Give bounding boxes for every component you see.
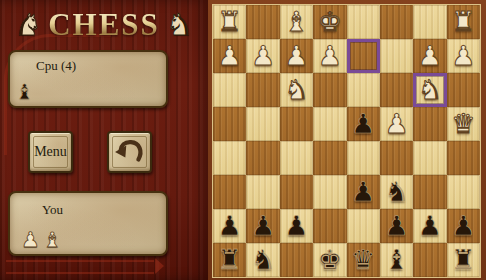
square-a2[interactable]: ♟ [447,39,480,73]
black-bishop-captured-icon: ♝ [15,82,34,103]
square-c5[interactable] [380,141,413,175]
square-g4[interactable] [246,107,279,141]
black-knight: ♞ [251,246,275,273]
square-g2[interactable]: ♟ [246,39,279,73]
square-e6[interactable] [313,175,346,209]
black-pawn: ♟ [351,178,375,205]
black-bishop: ♝ [384,246,408,273]
square-e3[interactable] [313,73,346,107]
square-f4[interactable] [280,107,313,141]
square-h8[interactable]: ♜ [213,243,246,277]
white-knight: ♞ [284,76,308,103]
square-c1[interactable] [380,5,413,39]
menu-button[interactable]: Menu [28,131,73,173]
square-b7[interactable]: ♟ [413,209,446,243]
square-h2[interactable]: ♟ [213,39,246,73]
square-b8[interactable] [413,243,446,277]
square-d8[interactable]: ♛ [347,243,380,277]
you-player-panel: You ♟♝ [8,191,168,256]
black-queen: ♛ [351,246,375,273]
app-title-bar: ♞ CHESS ♞ [0,2,208,48]
square-a5[interactable] [447,141,480,175]
black-pawn: ♟ [284,212,308,239]
square-e5[interactable] [313,141,346,175]
white-bishop: ♝ [284,8,308,35]
chess-app-window: ♞ CHESS ♞ Cpu (4) ♝ Menu You ♟♝ ♜♝♚♜♟♟♟♟… [0,0,486,280]
white-pawn: ♟ [284,42,308,69]
white-pawn: ♟ [384,110,408,137]
app-title: CHESS [48,7,160,43]
black-pawn: ♟ [351,110,375,137]
you-player-label: You [42,202,166,218]
square-e8[interactable]: ♚ [313,243,346,277]
black-knight: ♞ [384,178,408,205]
square-d3[interactable] [347,73,380,107]
cpu-player-panel: Cpu (4) ♝ [8,50,168,108]
square-f8[interactable] [280,243,313,277]
square-b3[interactable]: ♞ [413,73,446,107]
white-pawn: ♟ [251,42,275,69]
square-d1[interactable] [347,5,380,39]
square-g1[interactable] [246,5,279,39]
square-h3[interactable] [213,73,246,107]
you-captured-pieces-tray: ♟♝ [21,230,62,251]
square-f2[interactable]: ♟ [280,39,313,73]
square-h6[interactable] [213,175,246,209]
white-pawn: ♟ [318,42,342,69]
chess-board: ♜♝♚♜♟♟♟♟♟♟♞♞♟♟♛♟♞♟♟♟♟♟♟♜♞♚♛♝♜ [213,5,480,277]
square-h4[interactable] [213,107,246,141]
knight-icon: ♞ [166,10,193,40]
square-c6[interactable]: ♞ [380,175,413,209]
square-c4[interactable]: ♟ [380,107,413,141]
square-d7[interactable] [347,209,380,243]
square-d4[interactable]: ♟ [347,107,380,141]
square-f6[interactable] [280,175,313,209]
square-b4[interactable] [413,107,446,141]
black-pawn: ♟ [384,212,408,239]
white-king: ♚ [318,8,342,35]
square-f5[interactable] [280,141,313,175]
square-g5[interactable] [246,141,279,175]
square-e2[interactable]: ♟ [313,39,346,73]
black-king: ♚ [318,246,342,273]
knight-icon: ♞ [15,10,42,40]
white-pawn: ♟ [218,42,242,69]
white-pawn: ♟ [418,42,442,69]
square-g8[interactable]: ♞ [246,243,279,277]
white-rook: ♜ [451,8,475,35]
chess-board-frame: ♜♝♚♜♟♟♟♟♟♟♞♞♟♟♛♟♞♟♟♟♟♟♟♜♞♚♛♝♜ [208,0,486,280]
white-queen: ♛ [451,110,475,137]
square-h1[interactable]: ♜ [213,5,246,39]
cpu-player-label: Cpu (4) [36,58,166,74]
square-c8[interactable]: ♝ [380,243,413,277]
square-c3[interactable] [380,73,413,107]
square-a8[interactable]: ♜ [447,243,480,277]
square-g6[interactable] [246,175,279,209]
background-ornament-arrow [6,260,154,274]
white-knight: ♞ [418,76,442,103]
white-pawn: ♟ [451,42,475,69]
black-pawn: ♟ [418,212,442,239]
square-c2[interactable] [380,39,413,73]
square-h7[interactable]: ♟ [213,209,246,243]
undo-button[interactable] [107,131,152,173]
black-rook: ♜ [451,246,475,273]
square-d6[interactable]: ♟ [347,175,380,209]
square-a7[interactable]: ♟ [447,209,480,243]
square-f7[interactable]: ♟ [280,209,313,243]
square-e4[interactable] [313,107,346,141]
square-a3[interactable] [447,73,480,107]
square-a4[interactable]: ♛ [447,107,480,141]
square-d2[interactable] [347,39,380,73]
sidebar: ♞ CHESS ♞ Cpu (4) ♝ Menu You ♟♝ [0,0,208,280]
square-d5[interactable] [347,141,380,175]
square-e1[interactable]: ♚ [313,5,346,39]
black-pawn: ♟ [451,212,475,239]
square-f1[interactable]: ♝ [280,5,313,39]
white-pawn-captured-icon: ♟ [21,230,40,251]
square-b6[interactable] [413,175,446,209]
square-a6[interactable] [447,175,480,209]
cpu-captured-pieces-tray: ♝ [15,82,34,103]
square-b2[interactable]: ♟ [413,39,446,73]
white-bishop-captured-icon: ♝ [43,230,62,251]
square-b1[interactable] [413,5,446,39]
square-h5[interactable] [213,141,246,175]
square-b5[interactable] [413,141,446,175]
square-g3[interactable] [246,73,279,107]
square-c7[interactable]: ♟ [380,209,413,243]
square-f3[interactable]: ♞ [280,73,313,107]
square-e7[interactable] [313,209,346,243]
undo-arrow-icon [114,138,146,166]
white-rook: ♜ [218,8,242,35]
square-a1[interactable]: ♜ [447,5,480,39]
square-g7[interactable]: ♟ [246,209,279,243]
black-rook: ♜ [218,246,242,273]
black-pawn: ♟ [251,212,275,239]
black-pawn: ♟ [218,212,242,239]
